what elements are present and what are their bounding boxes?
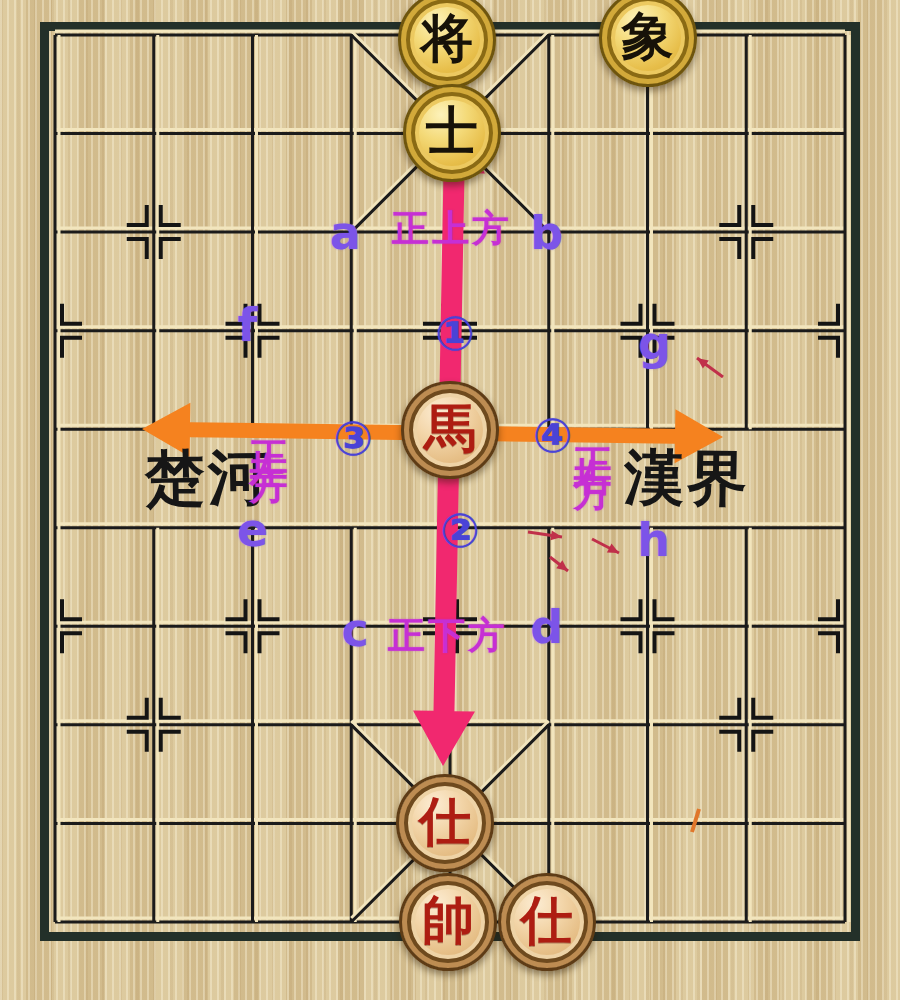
piece-character: 仕 [521, 894, 573, 946]
piece-character: 仕 [419, 795, 471, 847]
piece-character: 将 [421, 12, 473, 64]
piece-character: 馬 [424, 402, 476, 454]
piece-character: 帥 [422, 894, 474, 946]
piece-character: 士 [426, 105, 478, 157]
piece-red-general[interactable]: 帥 [399, 873, 497, 971]
piece-red-advisor-b[interactable]: 仕 [498, 873, 596, 971]
piece-black-advisor[interactable]: 士 [403, 84, 501, 182]
piece-red-advisor-a[interactable]: 仕 [396, 774, 494, 872]
piece-character: 象 [622, 10, 674, 62]
piece-red-horse[interactable]: 馬 [401, 381, 499, 479]
xiangqi-board-diagram: 将象士馬仕帥仕 楚河 漢界 abcdefgh①②③④正上方正下方正左方正右方 [0, 0, 900, 1000]
